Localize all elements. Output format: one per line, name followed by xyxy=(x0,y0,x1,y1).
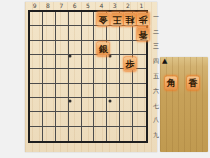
board-cell[interactable] xyxy=(94,84,107,98)
board-cell[interactable] xyxy=(120,127,133,141)
board-cell[interactable] xyxy=(107,127,120,141)
board-cell[interactable] xyxy=(56,69,69,83)
board-cell[interactable] xyxy=(69,26,82,40)
piece-kanji: 金 xyxy=(99,15,108,24)
board-cell[interactable] xyxy=(30,12,43,26)
shogi-piece-lance[interactable]: 香 xyxy=(187,77,199,90)
board-cell[interactable] xyxy=(43,69,56,83)
board-cell[interactable] xyxy=(43,112,56,126)
star-point xyxy=(69,99,72,102)
board-cell[interactable] xyxy=(133,69,146,83)
board-cell[interactable] xyxy=(107,112,120,126)
rank-label: 三 xyxy=(151,40,161,55)
board-cell[interactable] xyxy=(82,127,95,141)
piece-kanji: 銀 xyxy=(99,44,108,53)
board-cell[interactable] xyxy=(94,98,107,112)
shogi-piece-silver[interactable]: 銀 xyxy=(97,42,109,55)
board-cell[interactable] xyxy=(69,41,82,55)
board-cell[interactable] xyxy=(56,55,69,69)
board-cell[interactable] xyxy=(107,84,120,98)
board-cell[interactable] xyxy=(133,41,146,55)
file-label: 6 xyxy=(68,2,81,10)
file-label: 7 xyxy=(55,2,68,10)
file-label: 8 xyxy=(41,2,54,10)
file-labels: 987654321 xyxy=(28,2,148,10)
sente-marker: ▲ xyxy=(162,57,167,66)
board-cell[interactable] xyxy=(43,12,56,26)
piece-kanji: 桂 xyxy=(126,15,135,24)
piece-kanji: 歩 xyxy=(126,59,135,68)
rank-label: 一 xyxy=(151,10,161,25)
star-point xyxy=(69,55,72,58)
rank-label: 二 xyxy=(151,25,161,40)
board-cell[interactable] xyxy=(94,112,107,126)
board-cell[interactable] xyxy=(56,98,69,112)
board-cell[interactable] xyxy=(69,127,82,141)
board-cell[interactable] xyxy=(120,41,133,55)
board-cell[interactable] xyxy=(30,69,43,83)
shogi-board-panel: 987654321 一二三四五六七八九 金王桂歩香銀歩 xyxy=(25,2,157,152)
board-cell[interactable] xyxy=(82,98,95,112)
shogi-piece-knight[interactable]: 桂 xyxy=(124,13,136,26)
file-label: 3 xyxy=(108,2,121,10)
board-cell[interactable] xyxy=(30,55,43,69)
board-cell[interactable] xyxy=(30,26,43,40)
board-cell[interactable] xyxy=(43,41,56,55)
board-cell[interactable] xyxy=(30,112,43,126)
board-cell[interactable] xyxy=(94,127,107,141)
board-cell[interactable] xyxy=(56,41,69,55)
sente-hand-tray: ▲ 角香 xyxy=(160,57,208,152)
shogi-piece-lance[interactable]: 香 xyxy=(137,28,149,41)
board-cell[interactable] xyxy=(107,69,120,83)
board-cell[interactable] xyxy=(82,26,95,40)
board-cell[interactable] xyxy=(56,112,69,126)
board-cell[interactable] xyxy=(69,69,82,83)
board-cell[interactable] xyxy=(43,98,56,112)
board-cell[interactable] xyxy=(82,112,95,126)
board-cell[interactable] xyxy=(94,69,107,83)
file-label: 5 xyxy=(81,2,94,10)
board-cell[interactable] xyxy=(43,55,56,69)
board-cell[interactable] xyxy=(94,26,107,40)
board-cell[interactable] xyxy=(120,69,133,83)
piece-kanji: 王 xyxy=(112,15,121,24)
board-cell[interactable] xyxy=(56,127,69,141)
file-label: 1 xyxy=(135,2,148,10)
file-label: 9 xyxy=(28,2,41,10)
board-cell[interactable] xyxy=(56,84,69,98)
shogi-piece-pawn[interactable]: 歩 xyxy=(124,57,136,70)
star-point xyxy=(109,55,112,58)
shogi-piece-bishop[interactable]: 角 xyxy=(165,77,177,90)
board-cell[interactable] xyxy=(30,41,43,55)
file-label: 2 xyxy=(121,2,134,10)
board-cell[interactable] xyxy=(56,12,69,26)
board-cell[interactable] xyxy=(133,84,146,98)
shogi-piece-king[interactable]: 王 xyxy=(111,13,123,26)
board-cell[interactable] xyxy=(69,112,82,126)
board-cell[interactable] xyxy=(30,127,43,141)
board-cell[interactable] xyxy=(43,84,56,98)
shogi-diagram: 987654321 一二三四五六七八九 金王桂歩香銀歩 ▲ 角香 xyxy=(0,0,210,158)
board-cell[interactable] xyxy=(69,12,82,26)
board-cell[interactable] xyxy=(30,84,43,98)
board-cell[interactable] xyxy=(82,55,95,69)
board-grid: 金王桂歩香銀歩 xyxy=(28,10,148,143)
star-point xyxy=(109,99,112,102)
board-cell[interactable] xyxy=(82,84,95,98)
board-cell[interactable] xyxy=(133,98,146,112)
board-cell[interactable] xyxy=(120,112,133,126)
board-cell[interactable] xyxy=(94,55,107,69)
board-cell[interactable] xyxy=(120,98,133,112)
board-cell[interactable] xyxy=(82,12,95,26)
board-cell[interactable] xyxy=(120,26,133,40)
board-cell[interactable] xyxy=(82,69,95,83)
board-cell[interactable] xyxy=(133,127,146,141)
board-cell[interactable] xyxy=(107,26,120,40)
board-cell[interactable] xyxy=(43,26,56,40)
file-label: 4 xyxy=(95,2,108,10)
board-cell[interactable] xyxy=(120,84,133,98)
board-cell[interactable] xyxy=(69,84,82,98)
shogi-piece-gold[interactable]: 金 xyxy=(97,13,109,26)
piece-kanji: 角 xyxy=(167,79,176,88)
shogi-piece-pawn[interactable]: 歩 xyxy=(137,13,149,26)
board-cell[interactable] xyxy=(30,98,43,112)
piece-kanji: 香 xyxy=(189,79,198,88)
piece-kanji: 香 xyxy=(139,30,148,39)
board-cell[interactable] xyxy=(82,41,95,55)
piece-kanji: 歩 xyxy=(139,15,148,24)
board-cell[interactable] xyxy=(56,26,69,40)
board-cell[interactable] xyxy=(133,112,146,126)
board-cell[interactable] xyxy=(43,127,56,141)
